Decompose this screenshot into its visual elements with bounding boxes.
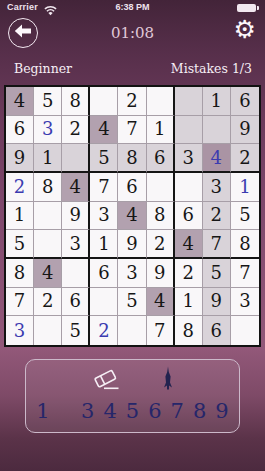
cell-r2c7[interactable] <box>175 116 203 145</box>
number-keypad: 13456789 <box>26 398 239 425</box>
cell-r9c4[interactable]: 2 <box>90 316 118 345</box>
sudoku-board: 4582166324719915863422847631193486255319… <box>4 85 261 347</box>
cell-r4c9[interactable]: 1 <box>231 173 259 202</box>
cell-r9c1[interactable]: 3 <box>6 316 34 345</box>
cell-r8c6[interactable]: 4 <box>147 288 175 317</box>
cell-r9c8[interactable]: 6 <box>203 316 231 345</box>
settings-button[interactable]: ⚙ <box>234 17 256 42</box>
cell-r5c3[interactable]: 9 <box>62 202 90 231</box>
cell-r7c1[interactable]: 8 <box>6 259 34 288</box>
cell-r7c8[interactable]: 5 <box>203 259 231 288</box>
cell-r1c7[interactable] <box>175 87 203 116</box>
cell-r8c7[interactable]: 1 <box>175 288 203 317</box>
keypad-number-6[interactable]: 6 <box>145 398 165 425</box>
input-panel: 13456789 <box>25 359 240 433</box>
cell-r9c9[interactable] <box>231 316 259 345</box>
cell-r9c6[interactable]: 7 <box>147 316 175 345</box>
cell-r4c4[interactable]: 7 <box>90 173 118 202</box>
cell-r7c6[interactable]: 9 <box>147 259 175 288</box>
eraser-button[interactable] <box>91 366 121 396</box>
cell-r5c6[interactable]: 8 <box>147 202 175 231</box>
cell-r2c5[interactable]: 7 <box>118 116 146 145</box>
cell-r5c4[interactable]: 3 <box>90 202 118 231</box>
cell-r7c7[interactable]: 2 <box>175 259 203 288</box>
cell-r4c3[interactable]: 4 <box>62 173 90 202</box>
status-time: 6:38 PM <box>0 2 265 12</box>
cell-r3c4[interactable]: 5 <box>90 144 118 173</box>
cell-r7c4[interactable]: 6 <box>90 259 118 288</box>
cell-r6c8[interactable]: 7 <box>203 230 231 259</box>
keypad-number-4[interactable]: 4 <box>100 398 120 425</box>
cell-r3c3[interactable] <box>62 144 90 173</box>
keypad-number-8[interactable]: 8 <box>190 398 210 425</box>
cell-r4c5[interactable]: 6 <box>118 173 146 202</box>
cell-r5c1[interactable]: 1 <box>6 202 34 231</box>
cell-r4c6[interactable] <box>147 173 175 202</box>
cell-r6c5[interactable]: 9 <box>118 230 146 259</box>
cell-r1c2[interactable]: 5 <box>34 87 62 116</box>
cell-r1c5[interactable]: 2 <box>118 87 146 116</box>
cell-r8c3[interactable]: 6 <box>62 288 90 317</box>
cell-r3c9[interactable]: 2 <box>231 144 259 173</box>
cell-r2c2[interactable]: 3 <box>34 116 62 145</box>
cell-r2c1[interactable]: 6 <box>6 116 34 145</box>
cell-r3c7[interactable]: 3 <box>175 144 203 173</box>
cell-r5c7[interactable]: 6 <box>175 202 203 231</box>
cell-r5c2[interactable] <box>34 202 62 231</box>
cell-r4c8[interactable]: 3 <box>203 173 231 202</box>
cell-r9c5[interactable] <box>118 316 146 345</box>
cell-r8c1[interactable]: 7 <box>6 288 34 317</box>
sudoku-app-screen: Carrier 6:38 PM 01:08 ⚙ Beginner Mistake… <box>0 0 265 471</box>
cell-r4c1[interactable]: 2 <box>6 173 34 202</box>
cell-r8c8[interactable]: 9 <box>203 288 231 317</box>
cell-r1c6[interactable] <box>147 87 175 116</box>
cell-r2c8[interactable] <box>203 116 231 145</box>
keypad-empty-slot <box>55 398 75 425</box>
cell-r9c7[interactable]: 8 <box>175 316 203 345</box>
tool-row <box>26 363 239 399</box>
cell-r8c4[interactable] <box>90 288 118 317</box>
cell-r2c9[interactable]: 9 <box>231 116 259 145</box>
cell-r6c6[interactable]: 2 <box>147 230 175 259</box>
keypad-number-1[interactable]: 1 <box>33 398 53 425</box>
cell-r9c2[interactable] <box>34 316 62 345</box>
battery-icon <box>237 4 256 12</box>
keypad-number-7[interactable]: 7 <box>167 398 187 425</box>
cell-r1c1[interactable]: 4 <box>6 87 34 116</box>
cell-r1c8[interactable]: 1 <box>203 87 231 116</box>
cell-r2c6[interactable]: 1 <box>147 116 175 145</box>
cell-r1c4[interactable] <box>90 87 118 116</box>
keypad-number-9[interactable]: 9 <box>212 398 232 425</box>
cell-r6c9[interactable]: 8 <box>231 230 259 259</box>
cell-r8c5[interactable]: 5 <box>118 288 146 317</box>
cell-r1c3[interactable]: 8 <box>62 87 90 116</box>
cell-r4c2[interactable]: 8 <box>34 173 62 202</box>
cell-r2c3[interactable]: 2 <box>62 116 90 145</box>
cell-r3c6[interactable]: 6 <box>147 144 175 173</box>
cell-r3c2[interactable]: 1 <box>34 144 62 173</box>
cell-r8c9[interactable]: 3 <box>231 288 259 317</box>
cell-r3c8[interactable]: 4 <box>203 144 231 173</box>
cell-r8c2[interactable]: 2 <box>34 288 62 317</box>
cell-r5c9[interactable]: 5 <box>231 202 259 231</box>
cell-r7c5[interactable]: 3 <box>118 259 146 288</box>
cell-r1c9[interactable]: 6 <box>231 87 259 116</box>
cell-r6c3[interactable]: 3 <box>62 230 90 259</box>
mistakes-counter: Mistakes 1/3 <box>171 61 252 76</box>
game-timer: 01:08 <box>0 24 265 42</box>
cell-r6c1[interactable]: 5 <box>6 230 34 259</box>
keypad-number-3[interactable]: 3 <box>78 398 98 425</box>
cell-r7c3[interactable] <box>62 259 90 288</box>
cell-r6c2[interactable] <box>34 230 62 259</box>
cell-r3c5[interactable]: 8 <box>118 144 146 173</box>
cell-r6c7[interactable]: 4 <box>175 230 203 259</box>
cell-r9c3[interactable]: 5 <box>62 316 90 345</box>
cell-r4c7[interactable] <box>175 173 203 202</box>
cell-r5c8[interactable]: 2 <box>203 202 231 231</box>
cell-r7c2[interactable]: 4 <box>34 259 62 288</box>
cell-r3c1[interactable]: 9 <box>6 144 34 173</box>
status-bar: Carrier 6:38 PM <box>0 0 265 15</box>
cell-r2c4[interactable]: 4 <box>90 116 118 145</box>
cell-r5c5[interactable]: 4 <box>118 202 146 231</box>
gear-icon: ⚙ <box>234 15 256 44</box>
pen-button[interactable] <box>161 366 175 396</box>
keypad-number-5[interactable]: 5 <box>123 398 143 425</box>
cell-r6c4[interactable]: 1 <box>90 230 118 259</box>
difficulty-label: Beginner <box>14 61 72 76</box>
cell-r7c9[interactable]: 7 <box>231 259 259 288</box>
